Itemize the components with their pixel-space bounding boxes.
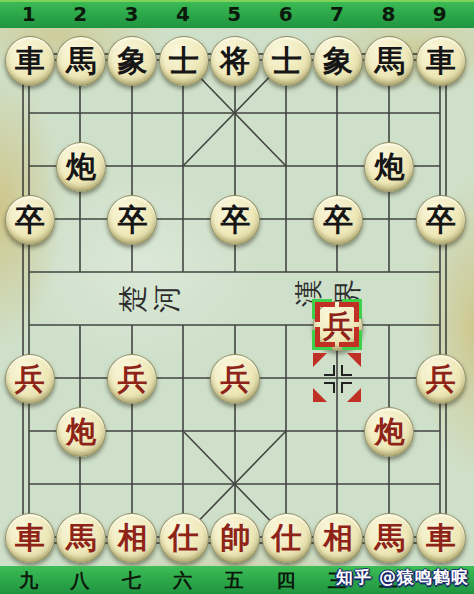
piece-red-cannon[interactable]: 炮 bbox=[56, 407, 106, 457]
piece-red-soldier[interactable]: 兵 bbox=[107, 354, 157, 404]
board-point-9-7: 兵 bbox=[414, 351, 465, 404]
piece-red-cannon[interactable]: 炮 bbox=[364, 407, 414, 457]
piece-black-chariot[interactable]: 車 bbox=[5, 36, 55, 86]
piece-red-soldier[interactable]: 兵 bbox=[210, 354, 260, 404]
board-point-8-3: 炮 bbox=[363, 139, 414, 192]
piece-black-soldier[interactable]: 卒 bbox=[416, 195, 466, 245]
board-point-8-1: 馬 bbox=[363, 33, 414, 86]
file-numeral-6: 四 bbox=[276, 571, 295, 590]
piece-red-advisor[interactable]: 仕 bbox=[262, 513, 312, 563]
piece-red-soldier[interactable]: 兵 bbox=[5, 354, 55, 404]
piece-red-advisor[interactable]: 仕 bbox=[159, 513, 209, 563]
piece-red-horse[interactable]: 馬 bbox=[364, 513, 414, 563]
watermark: 知乎 @猿鸣鹤唳 bbox=[336, 566, 469, 589]
board-point-4-10: 仕 bbox=[157, 510, 208, 563]
piece-red-chariot[interactable]: 車 bbox=[416, 513, 466, 563]
piece-black-elephant[interactable]: 象 bbox=[107, 36, 157, 86]
piece-red-elephant[interactable]: 相 bbox=[107, 513, 157, 563]
board-point-5-4: 卒 bbox=[209, 192, 260, 245]
file-number-5: 5 bbox=[227, 4, 241, 24]
file-numeral-3: 七 bbox=[122, 571, 141, 590]
board-point-4-1: 士 bbox=[157, 33, 208, 86]
board-point-3-4: 卒 bbox=[106, 192, 157, 245]
piece-black-soldier[interactable]: 卒 bbox=[313, 195, 363, 245]
piece-black-soldier[interactable]: 卒 bbox=[107, 195, 157, 245]
file-number-2: 2 bbox=[73, 4, 87, 24]
move-origin-marker bbox=[311, 351, 362, 404]
piece-black-advisor[interactable]: 士 bbox=[159, 36, 209, 86]
piece-black-elephant[interactable]: 象 bbox=[313, 36, 363, 86]
piece-black-advisor[interactable]: 士 bbox=[262, 36, 312, 86]
board-point-8-8: 炮 bbox=[363, 404, 414, 457]
board-point-1-10: 車 bbox=[3, 510, 54, 563]
file-numeral-4: 六 bbox=[173, 571, 192, 590]
piece-black-soldier[interactable]: 卒 bbox=[210, 195, 260, 245]
board-point-6-10: 仕 bbox=[260, 510, 311, 563]
board-point-7-4: 卒 bbox=[311, 192, 362, 245]
piece-black-soldier[interactable]: 卒 bbox=[5, 195, 55, 245]
selection-corners-icon bbox=[312, 299, 361, 350]
piece-black-horse[interactable]: 馬 bbox=[364, 36, 414, 86]
board-point-8-10: 馬 bbox=[363, 510, 414, 563]
piece-red-elephant[interactable]: 相 bbox=[313, 513, 363, 563]
file-number-9: 9 bbox=[433, 4, 447, 24]
xiangqi-board[interactable]: 楚河 漢界 車馬象士将士象馬車炮炮卒卒卒卒卒兵兵兵兵兵炮炮車馬相仕帥仕相馬車 bbox=[0, 28, 474, 566]
board-point-3-10: 相 bbox=[106, 510, 157, 563]
piece-red-horse[interactable]: 馬 bbox=[56, 513, 106, 563]
board-point-5-7: 兵 bbox=[209, 351, 260, 404]
file-numeral-5: 五 bbox=[225, 571, 244, 590]
piece-black-cannon[interactable]: 炮 bbox=[364, 142, 414, 192]
file-number-8: 8 bbox=[381, 4, 395, 24]
file-number-7: 7 bbox=[330, 4, 344, 24]
piece-black-cannon[interactable]: 炮 bbox=[56, 142, 106, 192]
board-point-7-6: 兵 bbox=[311, 298, 362, 351]
board-point-7-1: 象 bbox=[311, 33, 362, 86]
board-point-2-8: 炮 bbox=[54, 404, 105, 457]
file-numeral-2: 八 bbox=[71, 571, 90, 590]
board-point-9-1: 車 bbox=[414, 33, 465, 86]
board-point-2-10: 馬 bbox=[54, 510, 105, 563]
xiangqi-app: 123456789 bbox=[0, 0, 474, 594]
board-point-5-10: 帥 bbox=[209, 510, 260, 563]
top-file-numbers: 123456789 bbox=[0, 0, 474, 28]
file-number-1: 1 bbox=[22, 4, 36, 24]
board-point-1-1: 車 bbox=[3, 33, 54, 86]
piece-grid: 車馬象士将士象馬車炮炮卒卒卒卒卒兵兵兵兵兵炮炮車馬相仕帥仕相馬車 bbox=[3, 33, 466, 563]
board-point-1-4: 卒 bbox=[3, 192, 54, 245]
board-point-9-10: 車 bbox=[414, 510, 465, 563]
board-point-5-1: 将 bbox=[209, 33, 260, 86]
piece-red-soldier[interactable]: 兵 bbox=[416, 354, 466, 404]
board-point-1-7: 兵 bbox=[3, 351, 54, 404]
file-number-4: 4 bbox=[176, 4, 190, 24]
board-point-6-1: 士 bbox=[260, 33, 311, 86]
origin-crosshair-icon bbox=[311, 351, 362, 404]
board-point-2-1: 馬 bbox=[54, 33, 105, 86]
file-number-6: 6 bbox=[279, 4, 293, 24]
piece-black-chariot[interactable]: 車 bbox=[416, 36, 466, 86]
piece-black-general[interactable]: 将 bbox=[210, 36, 260, 86]
board-point-2-3: 炮 bbox=[54, 139, 105, 192]
board-point-7-10: 相 bbox=[311, 510, 362, 563]
file-number-3: 3 bbox=[125, 4, 139, 24]
piece-red-chariot[interactable]: 車 bbox=[5, 513, 55, 563]
piece-black-horse[interactable]: 馬 bbox=[56, 36, 106, 86]
board-point-3-7: 兵 bbox=[106, 351, 157, 404]
board-point-9-4: 卒 bbox=[414, 192, 465, 245]
piece-red-general[interactable]: 帥 bbox=[210, 513, 260, 563]
file-numeral-1: 九 bbox=[19, 571, 38, 590]
board-point-3-1: 象 bbox=[106, 33, 157, 86]
